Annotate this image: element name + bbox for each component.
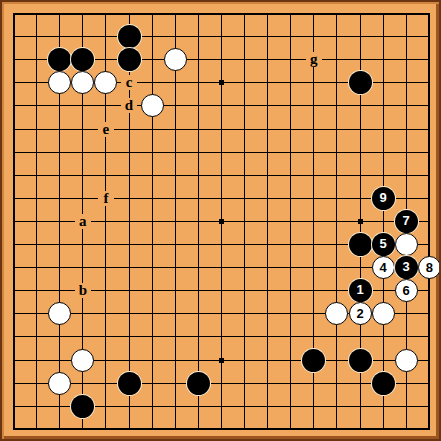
grid-line-horizontal <box>13 336 431 337</box>
white-stone <box>164 48 187 71</box>
black-stone <box>118 372 141 395</box>
white-stone-move-8: 8 <box>418 256 441 279</box>
black-stone-move-7: 7 <box>395 210 418 233</box>
grid-line-vertical <box>244 13 245 431</box>
point-label-c: c <box>121 75 137 90</box>
black-stone-move-9: 9 <box>372 187 395 210</box>
grid-line-horizontal <box>13 267 431 268</box>
point-label-b: b <box>75 283 91 298</box>
grid-line-vertical <box>428 13 430 431</box>
white-stone <box>71 71 94 94</box>
black-stone-move-1: 1 <box>349 279 372 302</box>
white-stone-move-2: 2 <box>349 302 372 325</box>
go-board: gcdefab975438162 <box>0 0 441 441</box>
point-label-g: g <box>306 52 322 67</box>
star-point <box>219 219 224 224</box>
grid-line-vertical <box>267 13 268 431</box>
star-point <box>358 219 363 224</box>
grid-line-vertical <box>290 13 291 431</box>
white-stone <box>48 302 71 325</box>
white-stone <box>325 302 348 325</box>
point-label-d: d <box>121 98 137 113</box>
white-stone <box>94 71 117 94</box>
black-stone <box>187 372 210 395</box>
black-stone <box>372 372 395 395</box>
white-stone <box>48 372 71 395</box>
black-stone <box>48 48 71 71</box>
black-stone <box>118 48 141 71</box>
white-stone <box>395 233 418 256</box>
white-stone <box>71 349 94 372</box>
white-stone <box>141 94 164 117</box>
grid-line-horizontal <box>13 383 431 384</box>
point-label-a: a <box>75 214 91 229</box>
black-stone <box>349 71 372 94</box>
black-stone <box>71 395 94 418</box>
point-label-e: e <box>98 122 114 137</box>
white-stone-move-4: 4 <box>372 256 395 279</box>
point-label-f: f <box>98 191 114 206</box>
grid-line-horizontal <box>13 428 431 430</box>
star-point <box>219 80 224 85</box>
white-stone <box>372 302 395 325</box>
white-stone <box>395 349 418 372</box>
black-stone-move-5: 5 <box>372 233 395 256</box>
black-stone <box>302 349 325 372</box>
black-stone-move-3: 3 <box>395 256 418 279</box>
grid-line-vertical <box>336 13 337 431</box>
black-stone <box>71 48 94 71</box>
black-stone <box>118 25 141 48</box>
black-stone <box>349 349 372 372</box>
black-stone <box>349 233 372 256</box>
white-stone <box>48 71 71 94</box>
grid-line-vertical <box>383 13 384 431</box>
white-stone-move-6: 6 <box>395 279 418 302</box>
star-point <box>219 358 224 363</box>
